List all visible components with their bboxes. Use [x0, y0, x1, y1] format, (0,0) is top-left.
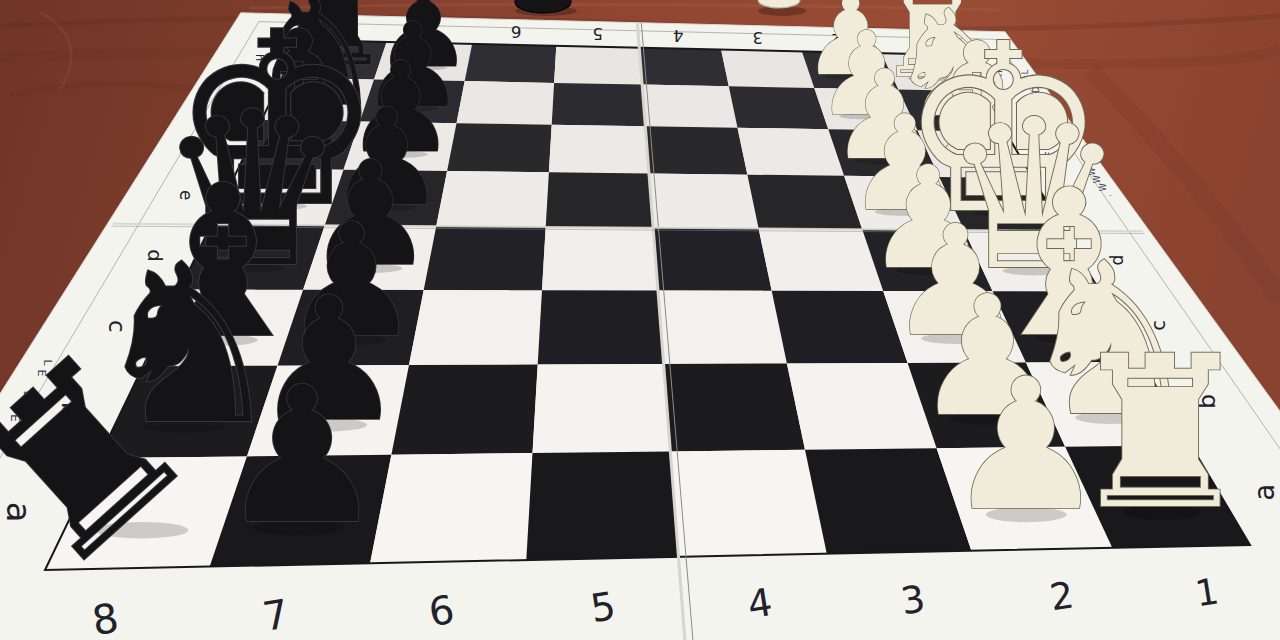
square-h3[interactable]: [721, 50, 814, 88]
photo-scene: 8765432187654321abcdefghabcdefghLEDUETOR…: [0, 0, 1280, 640]
square-h5[interactable]: [554, 46, 642, 85]
square-a5[interactable]: [526, 451, 678, 560]
square-d5[interactable]: [542, 227, 658, 291]
square-c5[interactable]: [538, 290, 664, 364]
square-c6[interactable]: [409, 290, 542, 365]
square-g5[interactable]: [552, 83, 646, 126]
square-e5[interactable]: [546, 172, 653, 227]
piece-white-pawn-a2[interactable]: ♟: [944, 339, 1107, 551]
square-g4[interactable]: [642, 85, 737, 128]
square-h6[interactable]: [465, 44, 557, 83]
chess-board-photo: 8765432187654321abcdefghabcdefghLEDUETOR…: [0, 0, 1280, 640]
rank-label-far-6: 6: [511, 22, 522, 42]
rank-label-far-3: 3: [752, 28, 763, 47]
square-f5[interactable]: [549, 125, 649, 174]
square-a6[interactable]: [370, 453, 532, 563]
rank-label-far-5: 5: [593, 24, 604, 43]
square-d4[interactable]: [653, 228, 772, 291]
square-a4[interactable]: [670, 450, 826, 557]
square-h4[interactable]: [639, 48, 729, 87]
square-b6[interactable]: [391, 365, 537, 455]
square-b5[interactable]: [533, 364, 671, 453]
square-f4[interactable]: [645, 126, 747, 175]
square-e4[interactable]: [649, 174, 759, 229]
square-c4[interactable]: [658, 291, 787, 365]
piece-black-pawn-a7[interactable]: ♟: [218, 346, 387, 565]
rank-label-far-4: 4: [673, 26, 684, 45]
square-b4[interactable]: [664, 364, 805, 452]
